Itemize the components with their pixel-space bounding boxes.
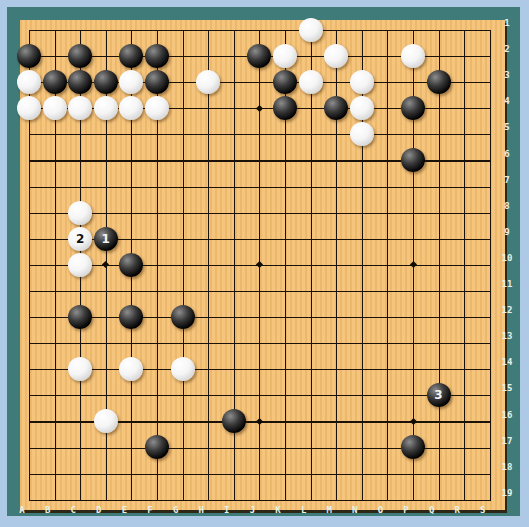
board-point-P14[interactable] xyxy=(400,356,426,382)
board-point-C16[interactable] xyxy=(67,408,93,434)
board-point-K17[interactable] xyxy=(272,434,298,460)
board-point-N2[interactable] xyxy=(349,43,375,69)
board-point-M12[interactable] xyxy=(323,304,349,330)
board-point-A9[interactable] xyxy=(16,226,42,252)
board-point-P13[interactable] xyxy=(400,330,426,356)
board-point-O15[interactable] xyxy=(375,382,401,408)
board-point-Q13[interactable] xyxy=(426,330,452,356)
board-point-E16[interactable] xyxy=(119,408,145,434)
board-point-I18[interactable] xyxy=(221,461,247,487)
board-point-I2[interactable] xyxy=(221,43,247,69)
board-point-Q1[interactable] xyxy=(426,17,452,43)
board-point-E10[interactable] xyxy=(119,252,145,278)
board-point-R1[interactable] xyxy=(451,17,477,43)
board-point-C18[interactable] xyxy=(67,461,93,487)
board-point-O1[interactable] xyxy=(375,17,401,43)
board-point-H2[interactable] xyxy=(195,43,221,69)
board-point-D17[interactable] xyxy=(93,434,119,460)
board-point-Q15[interactable]: 3 xyxy=(426,382,452,408)
board-point-R14[interactable] xyxy=(451,356,477,382)
board-point-K8[interactable] xyxy=(272,200,298,226)
board-point-E13[interactable] xyxy=(119,330,145,356)
board-point-H13[interactable] xyxy=(195,330,221,356)
board-point-K6[interactable] xyxy=(272,147,298,173)
board-point-H14[interactable] xyxy=(195,356,221,382)
board-point-D7[interactable] xyxy=(93,173,119,199)
board-point-I15[interactable] xyxy=(221,382,247,408)
board-point-L12[interactable] xyxy=(298,304,324,330)
board-point-B5[interactable] xyxy=(42,121,68,147)
board-point-B12[interactable] xyxy=(42,304,68,330)
board-point-A2[interactable] xyxy=(16,43,42,69)
board-point-I3[interactable] xyxy=(221,69,247,95)
board-point-F8[interactable] xyxy=(144,200,170,226)
board-point-F13[interactable] xyxy=(144,330,170,356)
board-point-E1[interactable] xyxy=(119,17,145,43)
board-point-G8[interactable] xyxy=(170,200,196,226)
board-point-I10[interactable] xyxy=(221,252,247,278)
board-point-N1[interactable] xyxy=(349,17,375,43)
board-point-A5[interactable] xyxy=(16,121,42,147)
board-point-C14[interactable] xyxy=(67,356,93,382)
board-point-P16[interactable] xyxy=(400,408,426,434)
board-point-M2[interactable] xyxy=(323,43,349,69)
board-point-F18[interactable] xyxy=(144,461,170,487)
board-point-R3[interactable] xyxy=(451,69,477,95)
board-point-D15[interactable] xyxy=(93,382,119,408)
board-point-E12[interactable] xyxy=(119,304,145,330)
board-point-M17[interactable] xyxy=(323,434,349,460)
board-point-H3[interactable] xyxy=(195,69,221,95)
board-point-L16[interactable] xyxy=(298,408,324,434)
board-point-E3[interactable] xyxy=(119,69,145,95)
board-point-H8[interactable] xyxy=(195,200,221,226)
board-point-F5[interactable] xyxy=(144,121,170,147)
board-point-R5[interactable] xyxy=(451,121,477,147)
board-point-N8[interactable] xyxy=(349,200,375,226)
board-point-K7[interactable] xyxy=(272,173,298,199)
board-point-A14[interactable] xyxy=(16,356,42,382)
board-point-O17[interactable] xyxy=(375,434,401,460)
board-point-O13[interactable] xyxy=(375,330,401,356)
board-point-G11[interactable] xyxy=(170,278,196,304)
board-point-H10[interactable] xyxy=(195,252,221,278)
board-point-H11[interactable] xyxy=(195,278,221,304)
board-point-L3[interactable] xyxy=(298,69,324,95)
board-point-M6[interactable] xyxy=(323,147,349,173)
board-point-S8[interactable] xyxy=(477,200,503,226)
board-point-O2[interactable] xyxy=(375,43,401,69)
board-point-Q7[interactable] xyxy=(426,173,452,199)
board-point-G7[interactable] xyxy=(170,173,196,199)
board-point-G9[interactable] xyxy=(170,226,196,252)
board-point-F16[interactable] xyxy=(144,408,170,434)
board-point-E18[interactable] xyxy=(119,461,145,487)
board-point-J3[interactable] xyxy=(247,69,273,95)
board-point-J17[interactable] xyxy=(247,434,273,460)
board-point-L10[interactable] xyxy=(298,252,324,278)
board-point-D10[interactable] xyxy=(93,252,119,278)
board-point-L6[interactable] xyxy=(298,147,324,173)
board-point-O9[interactable] xyxy=(375,226,401,252)
board-point-E2[interactable] xyxy=(119,43,145,69)
board-point-B9[interactable] xyxy=(42,226,68,252)
board-point-O3[interactable] xyxy=(375,69,401,95)
board-point-R17[interactable] xyxy=(451,434,477,460)
board-point-S7[interactable] xyxy=(477,173,503,199)
board-point-R6[interactable] xyxy=(451,147,477,173)
board-point-D5[interactable] xyxy=(93,121,119,147)
board-point-D4[interactable] xyxy=(93,95,119,121)
board-point-I6[interactable] xyxy=(221,147,247,173)
board-point-P9[interactable] xyxy=(400,226,426,252)
board-point-K13[interactable] xyxy=(272,330,298,356)
board-point-B13[interactable] xyxy=(42,330,68,356)
board-point-B6[interactable] xyxy=(42,147,68,173)
board-point-L5[interactable] xyxy=(298,121,324,147)
board-point-Q8[interactable] xyxy=(426,200,452,226)
board-point-S1[interactable] xyxy=(477,17,503,43)
board-point-K12[interactable] xyxy=(272,304,298,330)
board-point-S4[interactable] xyxy=(477,95,503,121)
board-point-N18[interactable] xyxy=(349,461,375,487)
board-point-R13[interactable] xyxy=(451,330,477,356)
board-point-O12[interactable] xyxy=(375,304,401,330)
board-point-B3[interactable] xyxy=(42,69,68,95)
board-point-P4[interactable] xyxy=(400,95,426,121)
board-point-C10[interactable] xyxy=(67,252,93,278)
board-point-F11[interactable] xyxy=(144,278,170,304)
board-point-G18[interactable] xyxy=(170,461,196,487)
board-point-N16[interactable] xyxy=(349,408,375,434)
board-point-F6[interactable] xyxy=(144,147,170,173)
board-point-A18[interactable] xyxy=(16,461,42,487)
board-point-M13[interactable] xyxy=(323,330,349,356)
board-point-Q16[interactable] xyxy=(426,408,452,434)
board-point-R11[interactable] xyxy=(451,278,477,304)
board-point-P18[interactable] xyxy=(400,461,426,487)
board-point-L7[interactable] xyxy=(298,173,324,199)
board-point-F1[interactable] xyxy=(144,17,170,43)
board-point-A3[interactable] xyxy=(16,69,42,95)
board-point-B16[interactable] xyxy=(42,408,68,434)
board-point-I17[interactable] xyxy=(221,434,247,460)
board-point-N5[interactable] xyxy=(349,121,375,147)
board-point-B4[interactable] xyxy=(42,95,68,121)
board-point-H12[interactable] xyxy=(195,304,221,330)
board-point-P6[interactable] xyxy=(400,147,426,173)
board-point-D16[interactable] xyxy=(93,408,119,434)
board-point-D2[interactable] xyxy=(93,43,119,69)
board-point-J5[interactable] xyxy=(247,121,273,147)
board-point-G16[interactable] xyxy=(170,408,196,434)
board-point-J14[interactable] xyxy=(247,356,273,382)
board-point-I7[interactable] xyxy=(221,173,247,199)
board-point-R7[interactable] xyxy=(451,173,477,199)
board-point-E8[interactable] xyxy=(119,200,145,226)
board-point-C6[interactable] xyxy=(67,147,93,173)
board-point-O16[interactable] xyxy=(375,408,401,434)
board-point-J9[interactable] xyxy=(247,226,273,252)
board-point-F14[interactable] xyxy=(144,356,170,382)
board-point-K1[interactable] xyxy=(272,17,298,43)
board-point-I1[interactable] xyxy=(221,17,247,43)
board-point-R9[interactable] xyxy=(451,226,477,252)
board-point-J4[interactable] xyxy=(247,95,273,121)
board-point-N3[interactable] xyxy=(349,69,375,95)
board-point-N6[interactable] xyxy=(349,147,375,173)
board-point-K4[interactable] xyxy=(272,95,298,121)
board-point-O7[interactable] xyxy=(375,173,401,199)
board-point-M11[interactable] xyxy=(323,278,349,304)
board-point-C11[interactable] xyxy=(67,278,93,304)
board-point-N4[interactable] xyxy=(349,95,375,121)
board-point-G17[interactable] xyxy=(170,434,196,460)
board-point-J18[interactable] xyxy=(247,461,273,487)
board-point-F17[interactable] xyxy=(144,434,170,460)
board-point-K2[interactable] xyxy=(272,43,298,69)
board-point-S18[interactable] xyxy=(477,461,503,487)
board-point-I16[interactable] xyxy=(221,408,247,434)
board-point-Q17[interactable] xyxy=(426,434,452,460)
board-point-H5[interactable] xyxy=(195,121,221,147)
board-point-A11[interactable] xyxy=(16,278,42,304)
board-point-S2[interactable] xyxy=(477,43,503,69)
board-point-G15[interactable] xyxy=(170,382,196,408)
board-point-A7[interactable] xyxy=(16,173,42,199)
board-point-A1[interactable] xyxy=(16,17,42,43)
board-point-D12[interactable] xyxy=(93,304,119,330)
board-point-F2[interactable] xyxy=(144,43,170,69)
board-point-E4[interactable] xyxy=(119,95,145,121)
board-point-I9[interactable] xyxy=(221,226,247,252)
board-point-P8[interactable] xyxy=(400,200,426,226)
board-point-Q14[interactable] xyxy=(426,356,452,382)
board-point-G14[interactable] xyxy=(170,356,196,382)
board-point-J15[interactable] xyxy=(247,382,273,408)
board-point-J1[interactable] xyxy=(247,17,273,43)
board-point-I11[interactable] xyxy=(221,278,247,304)
board-point-G5[interactable] xyxy=(170,121,196,147)
board-point-M18[interactable] xyxy=(323,461,349,487)
board-point-E6[interactable] xyxy=(119,147,145,173)
board-point-D13[interactable] xyxy=(93,330,119,356)
board-point-M9[interactable] xyxy=(323,226,349,252)
board-point-I12[interactable] xyxy=(221,304,247,330)
board-point-D11[interactable] xyxy=(93,278,119,304)
board-point-M3[interactable] xyxy=(323,69,349,95)
board-point-O14[interactable] xyxy=(375,356,401,382)
board-point-Q3[interactable] xyxy=(426,69,452,95)
board-point-P2[interactable] xyxy=(400,43,426,69)
board-point-A4[interactable] xyxy=(16,95,42,121)
board-point-S5[interactable] xyxy=(477,121,503,147)
board-point-J8[interactable] xyxy=(247,200,273,226)
board-point-H16[interactable] xyxy=(195,408,221,434)
board-point-B11[interactable] xyxy=(42,278,68,304)
board-point-C15[interactable] xyxy=(67,382,93,408)
board-point-Q18[interactable] xyxy=(426,461,452,487)
board-point-L17[interactable] xyxy=(298,434,324,460)
board-point-I13[interactable] xyxy=(221,330,247,356)
board-point-I5[interactable] xyxy=(221,121,247,147)
board-point-A10[interactable] xyxy=(16,252,42,278)
board-point-R18[interactable] xyxy=(451,461,477,487)
board-point-P17[interactable] xyxy=(400,434,426,460)
board-point-G3[interactable] xyxy=(170,69,196,95)
board-point-Q6[interactable] xyxy=(426,147,452,173)
board-point-P1[interactable] xyxy=(400,17,426,43)
board-point-L2[interactable] xyxy=(298,43,324,69)
board-point-D14[interactable] xyxy=(93,356,119,382)
board-point-J2[interactable] xyxy=(247,43,273,69)
board-point-O11[interactable] xyxy=(375,278,401,304)
board-point-I14[interactable] xyxy=(221,356,247,382)
board-point-O6[interactable] xyxy=(375,147,401,173)
board-point-J16[interactable] xyxy=(247,408,273,434)
board-point-J10[interactable] xyxy=(247,252,273,278)
board-point-P15[interactable] xyxy=(400,382,426,408)
board-point-S14[interactable] xyxy=(477,356,503,382)
board-point-B7[interactable] xyxy=(42,173,68,199)
board-point-A17[interactable] xyxy=(16,434,42,460)
board-point-E17[interactable] xyxy=(119,434,145,460)
board-point-I4[interactable] xyxy=(221,95,247,121)
board-point-S12[interactable] xyxy=(477,304,503,330)
board-point-G2[interactable] xyxy=(170,43,196,69)
board-point-M16[interactable] xyxy=(323,408,349,434)
board-point-E7[interactable] xyxy=(119,173,145,199)
board-point-M15[interactable] xyxy=(323,382,349,408)
board-point-A12[interactable] xyxy=(16,304,42,330)
board-point-N14[interactable] xyxy=(349,356,375,382)
board-point-Q11[interactable] xyxy=(426,278,452,304)
board-point-B1[interactable] xyxy=(42,17,68,43)
board-point-C12[interactable] xyxy=(67,304,93,330)
board-point-A15[interactable] xyxy=(16,382,42,408)
board-point-D1[interactable] xyxy=(93,17,119,43)
board-point-L4[interactable] xyxy=(298,95,324,121)
board-point-L9[interactable] xyxy=(298,226,324,252)
board-point-C4[interactable] xyxy=(67,95,93,121)
board-point-Q9[interactable] xyxy=(426,226,452,252)
board-point-K5[interactable] xyxy=(272,121,298,147)
board-point-H1[interactable] xyxy=(195,17,221,43)
board-point-C9[interactable]: 2 xyxy=(67,226,93,252)
board-point-P11[interactable] xyxy=(400,278,426,304)
board-point-D9[interactable]: 1 xyxy=(93,226,119,252)
board-point-A16[interactable] xyxy=(16,408,42,434)
board-point-N17[interactable] xyxy=(349,434,375,460)
board-point-N11[interactable] xyxy=(349,278,375,304)
board-point-F12[interactable] xyxy=(144,304,170,330)
board-point-C3[interactable] xyxy=(67,69,93,95)
board-point-D3[interactable] xyxy=(93,69,119,95)
board-point-O4[interactable] xyxy=(375,95,401,121)
board-point-M10[interactable] xyxy=(323,252,349,278)
board-point-K18[interactable] xyxy=(272,461,298,487)
board-point-F7[interactable] xyxy=(144,173,170,199)
board-point-K10[interactable] xyxy=(272,252,298,278)
board-point-N10[interactable] xyxy=(349,252,375,278)
board-point-O18[interactable] xyxy=(375,461,401,487)
board-point-B14[interactable] xyxy=(42,356,68,382)
board-point-C1[interactable] xyxy=(67,17,93,43)
board-point-N7[interactable] xyxy=(349,173,375,199)
board-point-Q12[interactable] xyxy=(426,304,452,330)
board-point-H7[interactable] xyxy=(195,173,221,199)
board-point-E15[interactable] xyxy=(119,382,145,408)
board-point-S10[interactable] xyxy=(477,252,503,278)
board-point-L13[interactable] xyxy=(298,330,324,356)
board-point-R15[interactable] xyxy=(451,382,477,408)
board-point-K16[interactable] xyxy=(272,408,298,434)
board-point-H18[interactable] xyxy=(195,461,221,487)
board-point-S3[interactable] xyxy=(477,69,503,95)
board-point-H9[interactable] xyxy=(195,226,221,252)
board-point-L14[interactable] xyxy=(298,356,324,382)
board-point-S11[interactable] xyxy=(477,278,503,304)
board-point-C17[interactable] xyxy=(67,434,93,460)
board-point-K14[interactable] xyxy=(272,356,298,382)
board-point-C7[interactable] xyxy=(67,173,93,199)
board-point-F9[interactable] xyxy=(144,226,170,252)
board-point-Q5[interactable] xyxy=(426,121,452,147)
board-point-L8[interactable] xyxy=(298,200,324,226)
board-point-D18[interactable] xyxy=(93,461,119,487)
board-point-B17[interactable] xyxy=(42,434,68,460)
board-point-Q10[interactable] xyxy=(426,252,452,278)
board-point-S6[interactable] xyxy=(477,147,503,173)
board-point-Q4[interactable] xyxy=(426,95,452,121)
board-point-B8[interactable] xyxy=(42,200,68,226)
board-point-I8[interactable] xyxy=(221,200,247,226)
board-point-R16[interactable] xyxy=(451,408,477,434)
board-point-C5[interactable] xyxy=(67,121,93,147)
board-point-C8[interactable] xyxy=(67,200,93,226)
board-point-C13[interactable] xyxy=(67,330,93,356)
board-point-H6[interactable] xyxy=(195,147,221,173)
board-point-J6[interactable] xyxy=(247,147,273,173)
board-point-N15[interactable] xyxy=(349,382,375,408)
board-point-F15[interactable] xyxy=(144,382,170,408)
board-point-H17[interactable] xyxy=(195,434,221,460)
board-point-S13[interactable] xyxy=(477,330,503,356)
board-point-G4[interactable] xyxy=(170,95,196,121)
board-point-B10[interactable] xyxy=(42,252,68,278)
board-point-M1[interactable] xyxy=(323,17,349,43)
board-point-S16[interactable] xyxy=(477,408,503,434)
board-point-G6[interactable] xyxy=(170,147,196,173)
board-point-O5[interactable] xyxy=(375,121,401,147)
board-point-O10[interactable] xyxy=(375,252,401,278)
board-point-K15[interactable] xyxy=(272,382,298,408)
board-point-D6[interactable] xyxy=(93,147,119,173)
board-point-B18[interactable] xyxy=(42,461,68,487)
board-point-P7[interactable] xyxy=(400,173,426,199)
board-point-M7[interactable] xyxy=(323,173,349,199)
board-point-Q2[interactable] xyxy=(426,43,452,69)
board-point-A8[interactable] xyxy=(16,200,42,226)
board-point-S9[interactable] xyxy=(477,226,503,252)
board-point-S17[interactable] xyxy=(477,434,503,460)
board-point-P3[interactable] xyxy=(400,69,426,95)
board-point-M4[interactable] xyxy=(323,95,349,121)
board-point-K3[interactable] xyxy=(272,69,298,95)
board-point-G12[interactable] xyxy=(170,304,196,330)
board-point-N12[interactable] xyxy=(349,304,375,330)
board-point-L1[interactable] xyxy=(298,17,324,43)
